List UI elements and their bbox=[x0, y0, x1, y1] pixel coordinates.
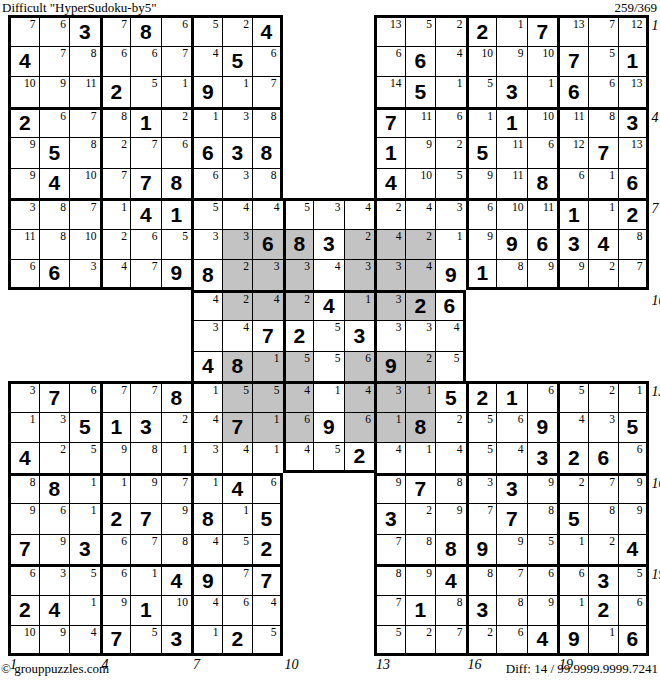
cell-r1c8[interactable]: 2 bbox=[222, 15, 253, 46]
cell-r10c8[interactable]: 2 bbox=[222, 290, 253, 321]
cell-r6c4[interactable]: 7 bbox=[100, 168, 131, 199]
cell-r3c3[interactable]: 11 bbox=[69, 76, 100, 107]
cell-r5c3[interactable]: 8 bbox=[69, 137, 100, 168]
cell-r17c21[interactable]: 9 bbox=[618, 503, 649, 534]
cell-r21c19[interactable]: 9 bbox=[557, 625, 588, 656]
cell-r15c19[interactable]: 2 bbox=[557, 442, 588, 473]
cell-r9c21[interactable]: 7 bbox=[618, 259, 649, 290]
cell-r3c6[interactable]: 1 bbox=[161, 76, 192, 107]
cell-r5c6[interactable]: 6 bbox=[161, 137, 192, 168]
cell-r3c19[interactable]: 6 bbox=[557, 76, 588, 107]
cell-r21c5[interactable]: 5 bbox=[130, 625, 161, 656]
cell-r9c14[interactable]: 4 bbox=[405, 259, 436, 290]
cell-r7c11[interactable]: 3 bbox=[313, 198, 344, 229]
cell-r21c2[interactable]: 9 bbox=[39, 625, 70, 656]
cell-r20c6[interactable]: 10 bbox=[161, 595, 192, 626]
cell-r5c8[interactable]: 3 bbox=[222, 137, 253, 168]
cell-r8c8[interactable]: 3 bbox=[222, 229, 253, 260]
cell-r10c7[interactable]: 4 bbox=[191, 290, 222, 321]
cell-r4c19[interactable]: 11 bbox=[557, 107, 588, 138]
cell-r18c3[interactable]: 3 bbox=[69, 534, 100, 565]
cell-r17c20[interactable]: 8 bbox=[588, 503, 619, 534]
cell-r6c9[interactable]: 8 bbox=[252, 168, 283, 199]
cell-r10c9[interactable]: 4 bbox=[252, 290, 283, 321]
cell-r11c11[interactable]: 5 bbox=[313, 320, 344, 351]
cell-r7c21[interactable]: 2 bbox=[618, 198, 649, 229]
cell-r8c11[interactable]: 3 bbox=[313, 229, 344, 260]
cell-r1c20[interactable]: 7 bbox=[588, 15, 619, 46]
cell-r18c15[interactable]: 8 bbox=[435, 534, 466, 565]
cell-r1c15[interactable]: 2 bbox=[435, 15, 466, 46]
cell-r17c18[interactable]: 8 bbox=[527, 503, 558, 534]
cell-r21c18[interactable]: 4 bbox=[527, 625, 558, 656]
cell-r5c16[interactable]: 5 bbox=[466, 137, 497, 168]
cell-r4c13[interactable]: 7 bbox=[374, 107, 405, 138]
cell-r15c1[interactable]: 4 bbox=[8, 442, 39, 473]
cell-r21c1[interactable]: 10 bbox=[8, 625, 39, 656]
cell-r21c17[interactable]: 6 bbox=[496, 625, 527, 656]
cell-r6c2[interactable]: 4 bbox=[39, 168, 70, 199]
cell-r8c10[interactable]: 8 bbox=[283, 229, 314, 260]
cell-r15c11[interactable]: 5 bbox=[313, 442, 344, 473]
cell-r16c1[interactable]: 8 bbox=[8, 473, 39, 504]
cell-r2c18[interactable]: 10 bbox=[527, 46, 558, 77]
cell-r14c4[interactable]: 1 bbox=[100, 412, 131, 443]
cell-r13c3[interactable]: 6 bbox=[69, 381, 100, 412]
cell-r20c13[interactable]: 7 bbox=[374, 595, 405, 626]
cell-r13c16[interactable]: 2 bbox=[466, 381, 497, 412]
cell-r19c21[interactable]: 5 bbox=[618, 564, 649, 595]
cell-r20c15[interactable]: 8 bbox=[435, 595, 466, 626]
cell-r9c13[interactable]: 3 bbox=[374, 259, 405, 290]
cell-r5c4[interactable]: 2 bbox=[100, 137, 131, 168]
cell-r8c5[interactable]: 6 bbox=[130, 229, 161, 260]
cell-r13c21[interactable]: 1 bbox=[618, 381, 649, 412]
cell-r1c17[interactable]: 1 bbox=[496, 15, 527, 46]
cell-r7c9[interactable]: 4 bbox=[252, 198, 283, 229]
cell-r7c3[interactable]: 7 bbox=[69, 198, 100, 229]
cell-r1c7[interactable]: 5 bbox=[191, 15, 222, 46]
cell-r13c12[interactable]: 4 bbox=[344, 381, 375, 412]
cell-r12c11[interactable]: 5 bbox=[313, 351, 344, 382]
cell-r7c6[interactable]: 1 bbox=[161, 198, 192, 229]
cell-r14c20[interactable]: 3 bbox=[588, 412, 619, 443]
cell-r11c10[interactable]: 2 bbox=[283, 320, 314, 351]
cell-r8c21[interactable]: 8 bbox=[618, 229, 649, 260]
cell-r8c14[interactable]: 2 bbox=[405, 229, 436, 260]
cell-r8c16[interactable]: 9 bbox=[466, 229, 497, 260]
cell-r13c2[interactable]: 7 bbox=[39, 381, 70, 412]
cell-r9c8[interactable]: 2 bbox=[222, 259, 253, 290]
cell-r13c15[interactable]: 5 bbox=[435, 381, 466, 412]
cell-r4c15[interactable]: 6 bbox=[435, 107, 466, 138]
cell-r4c17[interactable]: 1 bbox=[496, 107, 527, 138]
cell-r19c17[interactable]: 7 bbox=[496, 564, 527, 595]
cell-r3c5[interactable]: 5 bbox=[130, 76, 161, 107]
cell-r15c20[interactable]: 6 bbox=[588, 442, 619, 473]
cell-r5c18[interactable]: 6 bbox=[527, 137, 558, 168]
cell-r14c16[interactable]: 5 bbox=[466, 412, 497, 443]
cell-r8c6[interactable]: 5 bbox=[161, 229, 192, 260]
cell-r20c14[interactable]: 1 bbox=[405, 595, 436, 626]
cell-r17c7[interactable]: 8 bbox=[191, 503, 222, 534]
cell-r19c6[interactable]: 4 bbox=[161, 564, 192, 595]
cell-r18c19[interactable]: 1 bbox=[557, 534, 588, 565]
cell-r17c2[interactable]: 6 bbox=[39, 503, 70, 534]
cell-r13c17[interactable]: 1 bbox=[496, 381, 527, 412]
cell-r14c7[interactable]: 4 bbox=[191, 412, 222, 443]
cell-r8c3[interactable]: 10 bbox=[69, 229, 100, 260]
cell-r14c2[interactable]: 3 bbox=[39, 412, 70, 443]
cell-r19c4[interactable]: 6 bbox=[100, 564, 131, 595]
cell-r2c16[interactable]: 10 bbox=[466, 46, 497, 77]
cell-r17c1[interactable]: 9 bbox=[8, 503, 39, 534]
cell-r3c2[interactable]: 9 bbox=[39, 76, 70, 107]
cell-r14c10[interactable]: 6 bbox=[283, 412, 314, 443]
cell-r21c14[interactable]: 2 bbox=[405, 625, 436, 656]
cell-r15c2[interactable]: 2 bbox=[39, 442, 70, 473]
cell-r1c18[interactable]: 7 bbox=[527, 15, 558, 46]
cell-r3c17[interactable]: 3 bbox=[496, 76, 527, 107]
cell-r16c3[interactable]: 1 bbox=[69, 473, 100, 504]
cell-r9c11[interactable]: 4 bbox=[313, 259, 344, 290]
cell-r20c16[interactable]: 3 bbox=[466, 595, 497, 626]
cell-r3c8[interactable]: 1 bbox=[222, 76, 253, 107]
cell-r9c2[interactable]: 6 bbox=[39, 259, 70, 290]
cell-r15c4[interactable]: 9 bbox=[100, 442, 131, 473]
cell-r3c13[interactable]: 14 bbox=[374, 76, 405, 107]
cell-r5c7[interactable]: 6 bbox=[191, 137, 222, 168]
cell-r14c21[interactable]: 5 bbox=[618, 412, 649, 443]
cell-r1c1[interactable]: 7 bbox=[8, 15, 39, 46]
cell-r16c21[interactable]: 9 bbox=[618, 473, 649, 504]
cell-r21c6[interactable]: 3 bbox=[161, 625, 192, 656]
cell-r21c3[interactable]: 4 bbox=[69, 625, 100, 656]
cell-r1c3[interactable]: 3 bbox=[69, 15, 100, 46]
cell-r7c16[interactable]: 6 bbox=[466, 198, 497, 229]
cell-r19c16[interactable]: 8 bbox=[466, 564, 497, 595]
cell-r5c14[interactable]: 9 bbox=[405, 137, 436, 168]
cell-r4c8[interactable]: 3 bbox=[222, 107, 253, 138]
cell-r6c6[interactable]: 8 bbox=[161, 168, 192, 199]
cell-r1c21[interactable]: 12 bbox=[618, 15, 649, 46]
cell-r13c13[interactable]: 3 bbox=[374, 381, 405, 412]
cell-r21c16[interactable]: 2 bbox=[466, 625, 497, 656]
cell-r13c10[interactable]: 4 bbox=[283, 381, 314, 412]
cell-r17c16[interactable]: 7 bbox=[466, 503, 497, 534]
cell-r18c4[interactable]: 6 bbox=[100, 534, 131, 565]
cell-r2c4[interactable]: 6 bbox=[100, 46, 131, 77]
cell-r14c19[interactable]: 4 bbox=[557, 412, 588, 443]
cell-r17c6[interactable]: 9 bbox=[161, 503, 192, 534]
cell-r4c2[interactable]: 6 bbox=[39, 107, 70, 138]
cell-r20c4[interactable]: 9 bbox=[100, 595, 131, 626]
cell-r2c1[interactable]: 4 bbox=[8, 46, 39, 77]
cell-r18c1[interactable]: 7 bbox=[8, 534, 39, 565]
cell-r7c10[interactable]: 5 bbox=[283, 198, 314, 229]
cell-r15c10[interactable]: 4 bbox=[283, 442, 314, 473]
cell-r16c15[interactable]: 8 bbox=[435, 473, 466, 504]
cell-r19c3[interactable]: 5 bbox=[69, 564, 100, 595]
cell-r12c14[interactable]: 2 bbox=[405, 351, 436, 382]
cell-r17c15[interactable]: 9 bbox=[435, 503, 466, 534]
cell-r4c1[interactable]: 2 bbox=[8, 107, 39, 138]
cell-r7c5[interactable]: 4 bbox=[130, 198, 161, 229]
cell-r4c18[interactable]: 10 bbox=[527, 107, 558, 138]
cell-r2c14[interactable]: 6 bbox=[405, 46, 436, 77]
cell-r7c2[interactable]: 8 bbox=[39, 198, 70, 229]
cell-r1c6[interactable]: 6 bbox=[161, 15, 192, 46]
cell-r9c3[interactable]: 3 bbox=[69, 259, 100, 290]
cell-r6c16[interactable]: 9 bbox=[466, 168, 497, 199]
cell-r2c9[interactable]: 6 bbox=[252, 46, 283, 77]
cell-r19c13[interactable]: 8 bbox=[374, 564, 405, 595]
cell-r1c13[interactable]: 13 bbox=[374, 15, 405, 46]
cell-r11c12[interactable]: 3 bbox=[344, 320, 375, 351]
cell-r17c14[interactable]: 2 bbox=[405, 503, 436, 534]
cell-r4c16[interactable]: 1 bbox=[466, 107, 497, 138]
cell-r19c1[interactable]: 6 bbox=[8, 564, 39, 595]
cell-r11c8[interactable]: 4 bbox=[222, 320, 253, 351]
cell-r14c5[interactable]: 3 bbox=[130, 412, 161, 443]
cell-r7c7[interactable]: 5 bbox=[191, 198, 222, 229]
cell-r2c19[interactable]: 7 bbox=[557, 46, 588, 77]
cell-r3c16[interactable]: 5 bbox=[466, 76, 497, 107]
cell-r13c18[interactable]: 6 bbox=[527, 381, 558, 412]
cell-r17c3[interactable]: 1 bbox=[69, 503, 100, 534]
cell-r2c20[interactable]: 5 bbox=[588, 46, 619, 77]
cell-r2c3[interactable]: 8 bbox=[69, 46, 100, 77]
cell-r19c20[interactable]: 3 bbox=[588, 564, 619, 595]
cell-r20c5[interactable]: 1 bbox=[130, 595, 161, 626]
cell-r6c3[interactable]: 10 bbox=[69, 168, 100, 199]
cell-r5c20[interactable]: 7 bbox=[588, 137, 619, 168]
cell-r18c6[interactable]: 8 bbox=[161, 534, 192, 565]
cell-r18c2[interactable]: 9 bbox=[39, 534, 70, 565]
cell-r18c16[interactable]: 9 bbox=[466, 534, 497, 565]
cell-r6c17[interactable]: 11 bbox=[496, 168, 527, 199]
cell-r2c6[interactable]: 7 bbox=[161, 46, 192, 77]
cell-r16c20[interactable]: 7 bbox=[588, 473, 619, 504]
cell-r7c8[interactable]: 4 bbox=[222, 198, 253, 229]
cell-r19c14[interactable]: 9 bbox=[405, 564, 436, 595]
cell-r7c20[interactable]: 1 bbox=[588, 198, 619, 229]
cell-r5c9[interactable]: 8 bbox=[252, 137, 283, 168]
cell-r13c14[interactable]: 1 bbox=[405, 381, 436, 412]
cell-r12c7[interactable]: 4 bbox=[191, 351, 222, 382]
cell-r15c16[interactable]: 5 bbox=[466, 442, 497, 473]
cell-r7c15[interactable]: 3 bbox=[435, 198, 466, 229]
cell-r15c13[interactable]: 4 bbox=[374, 442, 405, 473]
cell-r9c12[interactable]: 3 bbox=[344, 259, 375, 290]
cell-r14c12[interactable]: 6 bbox=[344, 412, 375, 443]
cell-r15c12[interactable]: 2 bbox=[344, 442, 375, 473]
cell-r13c19[interactable]: 5 bbox=[557, 381, 588, 412]
cell-r5c5[interactable]: 7 bbox=[130, 137, 161, 168]
cell-r20c9[interactable]: 4 bbox=[252, 595, 283, 626]
cell-r21c8[interactable]: 2 bbox=[222, 625, 253, 656]
cell-r14c8[interactable]: 7 bbox=[222, 412, 253, 443]
cell-r15c8[interactable]: 4 bbox=[222, 442, 253, 473]
cell-r21c15[interactable]: 7 bbox=[435, 625, 466, 656]
cell-r8c20[interactable]: 4 bbox=[588, 229, 619, 260]
cell-r2c8[interactable]: 5 bbox=[222, 46, 253, 77]
cell-r17c19[interactable]: 5 bbox=[557, 503, 588, 534]
cell-r17c17[interactable]: 7 bbox=[496, 503, 527, 534]
cell-r5c19[interactable]: 12 bbox=[557, 137, 588, 168]
cell-r21c4[interactable]: 7 bbox=[100, 625, 131, 656]
cell-r21c9[interactable]: 5 bbox=[252, 625, 283, 656]
cell-r21c20[interactable]: 1 bbox=[588, 625, 619, 656]
cell-r4c7[interactable]: 1 bbox=[191, 107, 222, 138]
cell-r9c18[interactable]: 9 bbox=[527, 259, 558, 290]
cell-r16c19[interactable]: 2 bbox=[557, 473, 588, 504]
cell-r9c17[interactable]: 8 bbox=[496, 259, 527, 290]
cell-r1c5[interactable]: 8 bbox=[130, 15, 161, 46]
cell-r15c5[interactable]: 8 bbox=[130, 442, 161, 473]
cell-r2c7[interactable]: 4 bbox=[191, 46, 222, 77]
cell-r14c9[interactable]: 1 bbox=[252, 412, 283, 443]
cell-r20c2[interactable]: 4 bbox=[39, 595, 70, 626]
cell-r20c3[interactable]: 1 bbox=[69, 595, 100, 626]
cell-r21c13[interactable]: 5 bbox=[374, 625, 405, 656]
cell-r3c21[interactable]: 13 bbox=[618, 76, 649, 107]
cell-r1c19[interactable]: 13 bbox=[557, 15, 588, 46]
cell-r9c16[interactable]: 1 bbox=[466, 259, 497, 290]
cell-r20c19[interactable]: 1 bbox=[557, 595, 588, 626]
cell-r7c17[interactable]: 10 bbox=[496, 198, 527, 229]
cell-r18c20[interactable]: 2 bbox=[588, 534, 619, 565]
cell-r10c12[interactable]: 1 bbox=[344, 290, 375, 321]
cell-r4c4[interactable]: 8 bbox=[100, 107, 131, 138]
cell-r16c18[interactable]: 9 bbox=[527, 473, 558, 504]
cell-r20c1[interactable]: 2 bbox=[8, 595, 39, 626]
cell-r7c4[interactable]: 1 bbox=[100, 198, 131, 229]
cell-r18c13[interactable]: 7 bbox=[374, 534, 405, 565]
cell-r15c9[interactable]: 1 bbox=[252, 442, 283, 473]
cell-r19c5[interactable]: 1 bbox=[130, 564, 161, 595]
cell-r3c7[interactable]: 9 bbox=[191, 76, 222, 107]
cell-r12c8[interactable]: 8 bbox=[222, 351, 253, 382]
cell-r19c15[interactable]: 4 bbox=[435, 564, 466, 595]
cell-r16c14[interactable]: 7 bbox=[405, 473, 436, 504]
cell-r7c1[interactable]: 3 bbox=[8, 198, 39, 229]
cell-r6c20[interactable]: 1 bbox=[588, 168, 619, 199]
cell-r6c5[interactable]: 7 bbox=[130, 168, 161, 199]
cell-r17c13[interactable]: 3 bbox=[374, 503, 405, 534]
cell-r4c14[interactable]: 11 bbox=[405, 107, 436, 138]
cell-r16c4[interactable]: 1 bbox=[100, 473, 131, 504]
cell-r19c2[interactable]: 3 bbox=[39, 564, 70, 595]
cell-r2c13[interactable]: 6 bbox=[374, 46, 405, 77]
cell-r12c9[interactable]: 1 bbox=[252, 351, 283, 382]
cell-r7c19[interactable]: 1 bbox=[557, 198, 588, 229]
cell-r3c14[interactable]: 5 bbox=[405, 76, 436, 107]
cell-r2c5[interactable]: 6 bbox=[130, 46, 161, 77]
cell-r8c1[interactable]: 11 bbox=[8, 229, 39, 260]
cell-r14c11[interactable]: 9 bbox=[313, 412, 344, 443]
cell-r3c1[interactable]: 10 bbox=[8, 76, 39, 107]
cell-r14c6[interactable]: 2 bbox=[161, 412, 192, 443]
cell-r13c8[interactable]: 5 bbox=[222, 381, 253, 412]
cell-r18c9[interactable]: 2 bbox=[252, 534, 283, 565]
cell-r1c14[interactable]: 5 bbox=[405, 15, 436, 46]
cell-r11c14[interactable]: 3 bbox=[405, 320, 436, 351]
cell-r13c1[interactable]: 3 bbox=[8, 381, 39, 412]
cell-r9c6[interactable]: 9 bbox=[161, 259, 192, 290]
cell-r16c5[interactable]: 9 bbox=[130, 473, 161, 504]
cell-r13c11[interactable]: 1 bbox=[313, 381, 344, 412]
cell-r12c15[interactable]: 5 bbox=[435, 351, 466, 382]
cell-r7c18[interactable]: 11 bbox=[527, 198, 558, 229]
cell-r16c17[interactable]: 3 bbox=[496, 473, 527, 504]
cell-r8c4[interactable]: 2 bbox=[100, 229, 131, 260]
cell-r4c3[interactable]: 7 bbox=[69, 107, 100, 138]
cell-r12c12[interactable]: 6 bbox=[344, 351, 375, 382]
cell-r9c4[interactable]: 4 bbox=[100, 259, 131, 290]
cell-r13c4[interactable]: 7 bbox=[100, 381, 131, 412]
cell-r2c21[interactable]: 1 bbox=[618, 46, 649, 77]
cell-r16c2[interactable]: 8 bbox=[39, 473, 70, 504]
cell-r12c13[interactable]: 9 bbox=[374, 351, 405, 382]
cell-r1c16[interactable]: 2 bbox=[466, 15, 497, 46]
cell-r13c5[interactable]: 7 bbox=[130, 381, 161, 412]
cell-r10c14[interactable]: 2 bbox=[405, 290, 436, 321]
cell-r11c13[interactable]: 3 bbox=[374, 320, 405, 351]
cell-r20c7[interactable]: 4 bbox=[191, 595, 222, 626]
cell-r14c18[interactable]: 9 bbox=[527, 412, 558, 443]
cell-r16c16[interactable]: 3 bbox=[466, 473, 497, 504]
cell-r7c14[interactable]: 4 bbox=[405, 198, 436, 229]
cell-r6c19[interactable]: 6 bbox=[557, 168, 588, 199]
cell-r19c19[interactable]: 6 bbox=[557, 564, 588, 595]
cell-r14c1[interactable]: 1 bbox=[8, 412, 39, 443]
cell-r6c1[interactable]: 9 bbox=[8, 168, 39, 199]
cell-r16c9[interactable]: 6 bbox=[252, 473, 283, 504]
cell-r5c13[interactable]: 1 bbox=[374, 137, 405, 168]
cell-r17c8[interactable]: 1 bbox=[222, 503, 253, 534]
cell-r20c21[interactable]: 6 bbox=[618, 595, 649, 626]
cell-r18c5[interactable]: 7 bbox=[130, 534, 161, 565]
cell-r15c14[interactable]: 1 bbox=[405, 442, 436, 473]
cell-r9c7[interactable]: 8 bbox=[191, 259, 222, 290]
cell-r6c15[interactable]: 5 bbox=[435, 168, 466, 199]
cell-r4c20[interactable]: 8 bbox=[588, 107, 619, 138]
cell-r9c19[interactable]: 9 bbox=[557, 259, 588, 290]
cell-r7c12[interactable]: 4 bbox=[344, 198, 375, 229]
cell-r3c4[interactable]: 2 bbox=[100, 76, 131, 107]
cell-r5c1[interactable]: 9 bbox=[8, 137, 39, 168]
cell-r12c10[interactable]: 5 bbox=[283, 351, 314, 382]
cell-r16c8[interactable]: 4 bbox=[222, 473, 253, 504]
cell-r20c8[interactable]: 6 bbox=[222, 595, 253, 626]
cell-r18c14[interactable]: 8 bbox=[405, 534, 436, 565]
cell-r7c13[interactable]: 2 bbox=[374, 198, 405, 229]
cell-r1c9[interactable]: 4 bbox=[252, 15, 283, 46]
cell-r11c9[interactable]: 7 bbox=[252, 320, 283, 351]
cell-r18c7[interactable]: 4 bbox=[191, 534, 222, 565]
cell-r4c5[interactable]: 1 bbox=[130, 107, 161, 138]
cell-r13c6[interactable]: 8 bbox=[161, 381, 192, 412]
cell-r14c15[interactable]: 2 bbox=[435, 412, 466, 443]
cell-r2c17[interactable]: 9 bbox=[496, 46, 527, 77]
cell-r15c6[interactable]: 1 bbox=[161, 442, 192, 473]
cell-r8c12[interactable]: 2 bbox=[344, 229, 375, 260]
cell-r8c17[interactable]: 9 bbox=[496, 229, 527, 260]
cell-r15c17[interactable]: 4 bbox=[496, 442, 527, 473]
cell-r14c3[interactable]: 5 bbox=[69, 412, 100, 443]
cell-r1c4[interactable]: 7 bbox=[100, 15, 131, 46]
